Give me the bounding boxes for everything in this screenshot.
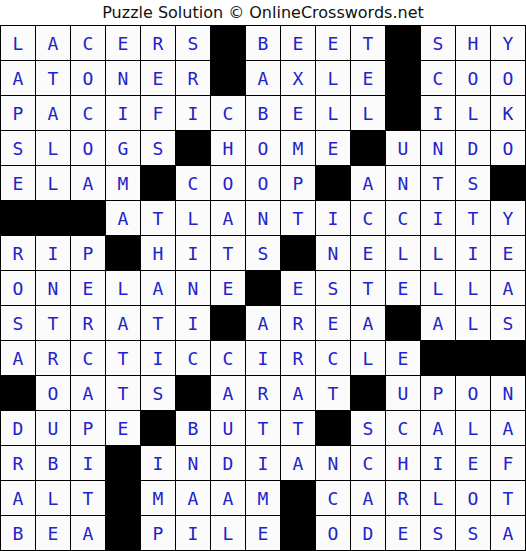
letter-cell-r1c1: L — [1, 26, 36, 61]
letter-cell-r7c12: L — [386, 236, 421, 271]
letter-cell-r9c2: T — [36, 306, 71, 341]
letter-cell-r4c1: S — [1, 131, 36, 166]
letter-cell-r7c8: S — [246, 236, 281, 271]
letter-cell-r15c1: B — [1, 516, 36, 551]
letter-cell-r3c15: K — [491, 96, 526, 131]
block-cell-r4c6 — [176, 131, 211, 166]
letter-cell-r15c14: S — [456, 516, 491, 551]
letter-cell-r2c11: E — [351, 61, 386, 96]
letter-cell-r3c9: E — [281, 96, 316, 131]
letter-cell-r2c5: E — [141, 61, 176, 96]
letter-cell-r12c13: A — [421, 411, 456, 446]
letter-cell-r3c13: I — [421, 96, 456, 131]
letter-cell-r14c6: A — [176, 481, 211, 516]
letter-cell-r12c7: U — [211, 411, 246, 446]
letter-cell-r5c11: A — [351, 166, 386, 201]
block-cell-r15c9 — [281, 516, 316, 551]
letter-cell-r13c9: A — [281, 446, 316, 481]
block-cell-r14c9 — [281, 481, 316, 516]
letter-cell-r4c5: S — [141, 131, 176, 166]
letter-cell-r10c9: R — [281, 341, 316, 376]
letter-cell-r13c6: N — [176, 446, 211, 481]
block-cell-r6c3 — [71, 201, 106, 236]
letter-cell-r3c7: C — [211, 96, 246, 131]
letter-cell-r8c5: A — [141, 271, 176, 306]
letter-cell-r13c7: D — [211, 446, 246, 481]
letter-cell-r3c14: L — [456, 96, 491, 131]
block-cell-r5c5 — [141, 166, 176, 201]
letter-cell-r15c10: O — [316, 516, 351, 551]
letter-cell-r10c2: R — [36, 341, 71, 376]
letter-cell-r12c14: L — [456, 411, 491, 446]
letter-cell-r8c4: L — [106, 271, 141, 306]
letter-cell-r9c15: S — [491, 306, 526, 341]
letter-cell-r12c6: B — [176, 411, 211, 446]
letter-cell-r14c3: T — [71, 481, 106, 516]
letter-cell-r15c13: S — [421, 516, 456, 551]
letter-cell-r14c12: R — [386, 481, 421, 516]
letter-cell-r11c12: U — [386, 376, 421, 411]
letter-cell-r11c7: A — [211, 376, 246, 411]
letter-cell-r4c13: N — [421, 131, 456, 166]
letter-cell-r1c14: H — [456, 26, 491, 61]
letter-cell-r5c6: C — [176, 166, 211, 201]
block-cell-r14c4 — [106, 481, 141, 516]
letter-cell-r12c8: T — [246, 411, 281, 446]
letter-cell-r11c8: R — [246, 376, 281, 411]
letter-cell-r8c12: E — [386, 271, 421, 306]
letter-cell-r4c14: D — [456, 131, 491, 166]
letter-cell-r2c9: X — [281, 61, 316, 96]
letter-cell-r8c13: L — [421, 271, 456, 306]
letter-cell-r15c5: P — [141, 516, 176, 551]
block-cell-r11c1 — [1, 376, 36, 411]
letter-cell-r7c13: L — [421, 236, 456, 271]
letter-cell-r2c2: T — [36, 61, 71, 96]
block-cell-r1c12 — [386, 26, 421, 61]
letter-cell-r5c1: E — [1, 166, 36, 201]
letter-cell-r9c1: S — [1, 306, 36, 341]
letter-cell-r4c2: L — [36, 131, 71, 166]
letter-cell-r4c9: M — [281, 131, 316, 166]
letter-cell-r11c13: P — [421, 376, 456, 411]
letter-cell-r1c11: T — [351, 26, 386, 61]
letter-cell-r10c10: C — [316, 341, 351, 376]
letter-cell-r13c3: I — [71, 446, 106, 481]
block-cell-r6c1 — [1, 201, 36, 236]
letter-cell-r5c3: A — [71, 166, 106, 201]
letter-cell-r10c11: L — [351, 341, 386, 376]
letter-cell-r1c3: C — [71, 26, 106, 61]
letter-cell-r12c15: A — [491, 411, 526, 446]
letter-cell-r15c8: E — [246, 516, 281, 551]
crossword-grid: LACERSBEETSHYATONERAXLECOOPACIFICBELLILK… — [0, 25, 526, 551]
letter-cell-r7c14: I — [456, 236, 491, 271]
letter-cell-r4c8: O — [246, 131, 281, 166]
letter-cell-r7c10: N — [316, 236, 351, 271]
letter-cell-r13c10: N — [316, 446, 351, 481]
block-cell-r13c4 — [106, 446, 141, 481]
letter-cell-r7c7: T — [211, 236, 246, 271]
letter-cell-r14c11: A — [351, 481, 386, 516]
letter-cell-r1c10: E — [316, 26, 351, 61]
block-cell-r8c8 — [246, 271, 281, 306]
letter-cell-r5c12: N — [386, 166, 421, 201]
letter-cell-r9c11: A — [351, 306, 386, 341]
letter-cell-r12c2: U — [36, 411, 71, 446]
letter-cell-r1c4: E — [106, 26, 141, 61]
letter-cell-r3c1: P — [1, 96, 36, 131]
letter-cell-r3c6: I — [176, 96, 211, 131]
letter-cell-r9c9: R — [281, 306, 316, 341]
letter-cell-r9c4: A — [106, 306, 141, 341]
letter-cell-r9c5: T — [141, 306, 176, 341]
letter-cell-r4c3: O — [71, 131, 106, 166]
letter-cell-r3c2: A — [36, 96, 71, 131]
letter-cell-r6c8: N — [246, 201, 281, 236]
block-cell-r15c4 — [106, 516, 141, 551]
letter-cell-r14c8: M — [246, 481, 281, 516]
letter-cell-r14c2: L — [36, 481, 71, 516]
letter-cell-r6c13: I — [421, 201, 456, 236]
letter-cell-r5c9: P — [281, 166, 316, 201]
block-cell-r10c13 — [421, 341, 456, 376]
letter-cell-r12c12: C — [386, 411, 421, 446]
letter-cell-r7c15: E — [491, 236, 526, 271]
letter-cell-r6c5: T — [141, 201, 176, 236]
block-cell-r10c14 — [456, 341, 491, 376]
letter-cell-r6c4: A — [106, 201, 141, 236]
letter-cell-r10c4: T — [106, 341, 141, 376]
letter-cell-r2c14: O — [456, 61, 491, 96]
letter-cell-r12c9: T — [281, 411, 316, 446]
letter-cell-r15c15: A — [491, 516, 526, 551]
block-cell-r9c12 — [386, 306, 421, 341]
letter-cell-r10c1: A — [1, 341, 36, 376]
letter-cell-r11c10: T — [316, 376, 351, 411]
letter-cell-r14c13: L — [421, 481, 456, 516]
letter-cell-r11c14: O — [456, 376, 491, 411]
block-cell-r5c10 — [316, 166, 351, 201]
letter-cell-r15c3: A — [71, 516, 106, 551]
letter-cell-r12c3: P — [71, 411, 106, 446]
letter-cell-r3c5: F — [141, 96, 176, 131]
letter-cell-r9c8: A — [246, 306, 281, 341]
letter-cell-r13c8: I — [246, 446, 281, 481]
block-cell-r3c12 — [386, 96, 421, 131]
letter-cell-r11c2: O — [36, 376, 71, 411]
letter-cell-r11c3: A — [71, 376, 106, 411]
letter-cell-r12c1: D — [1, 411, 36, 446]
letter-cell-r10c5: I — [141, 341, 176, 376]
letter-cell-r6c15: Y — [491, 201, 526, 236]
block-cell-r4c11 — [351, 131, 386, 166]
letter-cell-r3c3: C — [71, 96, 106, 131]
block-cell-r12c10 — [316, 411, 351, 446]
puzzle-solution-page: Puzzle Solution © OnlineCrosswords.net L… — [0, 0, 526, 551]
letter-cell-r3c8: B — [246, 96, 281, 131]
letter-cell-r14c10: C — [316, 481, 351, 516]
letter-cell-r5c13: T — [421, 166, 456, 201]
letter-cell-r2c10: L — [316, 61, 351, 96]
letter-cell-r4c4: G — [106, 131, 141, 166]
page-title: Puzzle Solution © OnlineCrosswords.net — [0, 0, 526, 25]
letter-cell-r8c9: E — [281, 271, 316, 306]
letter-cell-r14c14: O — [456, 481, 491, 516]
letter-cell-r15c11: D — [351, 516, 386, 551]
letter-cell-r13c12: H — [386, 446, 421, 481]
letter-cell-r2c4: N — [106, 61, 141, 96]
letter-cell-r14c7: A — [211, 481, 246, 516]
letter-cell-r11c15: N — [491, 376, 526, 411]
letter-cell-r1c13: S — [421, 26, 456, 61]
letter-cell-r4c7: H — [211, 131, 246, 166]
block-cell-r7c4 — [106, 236, 141, 271]
block-cell-r7c9 — [281, 236, 316, 271]
letter-cell-r2c15: O — [491, 61, 526, 96]
letter-cell-r9c14: L — [456, 306, 491, 341]
letter-cell-r7c2: I — [36, 236, 71, 271]
letter-cell-r3c11: L — [351, 96, 386, 131]
letter-cell-r3c4: I — [106, 96, 141, 131]
letter-cell-r4c10: E — [316, 131, 351, 166]
letter-cell-r13c1: R — [1, 446, 36, 481]
letter-cell-r14c5: M — [141, 481, 176, 516]
letter-cell-r2c8: A — [246, 61, 281, 96]
letter-cell-r10c8: I — [246, 341, 281, 376]
letter-cell-r2c3: O — [71, 61, 106, 96]
letter-cell-r15c6: I — [176, 516, 211, 551]
letter-cell-r6c9: T — [281, 201, 316, 236]
letter-cell-r13c5: I — [141, 446, 176, 481]
letter-cell-r2c1: A — [1, 61, 36, 96]
letter-cell-r7c5: H — [141, 236, 176, 271]
letter-cell-r2c13: C — [421, 61, 456, 96]
block-cell-r1c7 — [211, 26, 246, 61]
block-cell-r11c11 — [351, 376, 386, 411]
block-cell-r5c15 — [491, 166, 526, 201]
block-cell-r2c7 — [211, 61, 246, 96]
letter-cell-r8c11: T — [351, 271, 386, 306]
letter-cell-r13c14: E — [456, 446, 491, 481]
letter-cell-r13c2: B — [36, 446, 71, 481]
letter-cell-r13c11: C — [351, 446, 386, 481]
letter-cell-r8c10: S — [316, 271, 351, 306]
letter-cell-r9c3: R — [71, 306, 106, 341]
letter-cell-r5c7: O — [211, 166, 246, 201]
letter-cell-r1c5: R — [141, 26, 176, 61]
letter-cell-r8c14: L — [456, 271, 491, 306]
letter-cell-r13c13: I — [421, 446, 456, 481]
letter-cell-r10c3: C — [71, 341, 106, 376]
letter-cell-r7c11: E — [351, 236, 386, 271]
block-cell-r11c6 — [176, 376, 211, 411]
letter-cell-r8c15: A — [491, 271, 526, 306]
letter-cell-r11c9: A — [281, 376, 316, 411]
letter-cell-r1c15: Y — [491, 26, 526, 61]
letter-cell-r15c12: E — [386, 516, 421, 551]
letter-cell-r8c1: O — [1, 271, 36, 306]
letter-cell-r15c7: L — [211, 516, 246, 551]
letter-cell-r11c4: T — [106, 376, 141, 411]
letter-cell-r6c14: T — [456, 201, 491, 236]
letter-cell-r8c7: E — [211, 271, 246, 306]
letter-cell-r8c6: N — [176, 271, 211, 306]
letter-cell-r7c6: I — [176, 236, 211, 271]
letter-cell-r7c1: R — [1, 236, 36, 271]
letter-cell-r1c6: S — [176, 26, 211, 61]
letter-cell-r6c10: I — [316, 201, 351, 236]
letter-cell-r15c2: E — [36, 516, 71, 551]
block-cell-r9c7 — [211, 306, 246, 341]
letter-cell-r3c10: L — [316, 96, 351, 131]
letter-cell-r12c11: S — [351, 411, 386, 446]
letter-cell-r10c6: C — [176, 341, 211, 376]
block-cell-r10c15 — [491, 341, 526, 376]
letter-cell-r2c6: R — [176, 61, 211, 96]
letter-cell-r11c5: S — [141, 376, 176, 411]
letter-cell-r12c4: E — [106, 411, 141, 446]
letter-cell-r14c1: A — [1, 481, 36, 516]
letter-cell-r14c15: T — [491, 481, 526, 516]
letter-cell-r13c15: F — [491, 446, 526, 481]
block-cell-r12c5 — [141, 411, 176, 446]
block-cell-r6c2 — [36, 201, 71, 236]
letter-cell-r5c8: O — [246, 166, 281, 201]
letter-cell-r5c14: S — [456, 166, 491, 201]
letter-cell-r10c7: C — [211, 341, 246, 376]
letter-cell-r9c6: I — [176, 306, 211, 341]
letter-cell-r10c12: E — [386, 341, 421, 376]
letter-cell-r7c3: P — [71, 236, 106, 271]
letter-cell-r6c6: L — [176, 201, 211, 236]
letter-cell-r5c2: L — [36, 166, 71, 201]
letter-cell-r4c12: U — [386, 131, 421, 166]
letter-cell-r6c12: C — [386, 201, 421, 236]
letter-cell-r6c7: A — [211, 201, 246, 236]
letter-cell-r8c2: N — [36, 271, 71, 306]
letter-cell-r4c15: O — [491, 131, 526, 166]
letter-cell-r1c8: B — [246, 26, 281, 61]
letter-cell-r5c4: M — [106, 166, 141, 201]
letter-cell-r1c9: E — [281, 26, 316, 61]
letter-cell-r9c13: A — [421, 306, 456, 341]
letter-cell-r9c10: E — [316, 306, 351, 341]
letter-cell-r8c3: E — [71, 271, 106, 306]
letter-cell-r1c2: A — [36, 26, 71, 61]
block-cell-r2c12 — [386, 61, 421, 96]
letter-cell-r6c11: C — [351, 201, 386, 236]
